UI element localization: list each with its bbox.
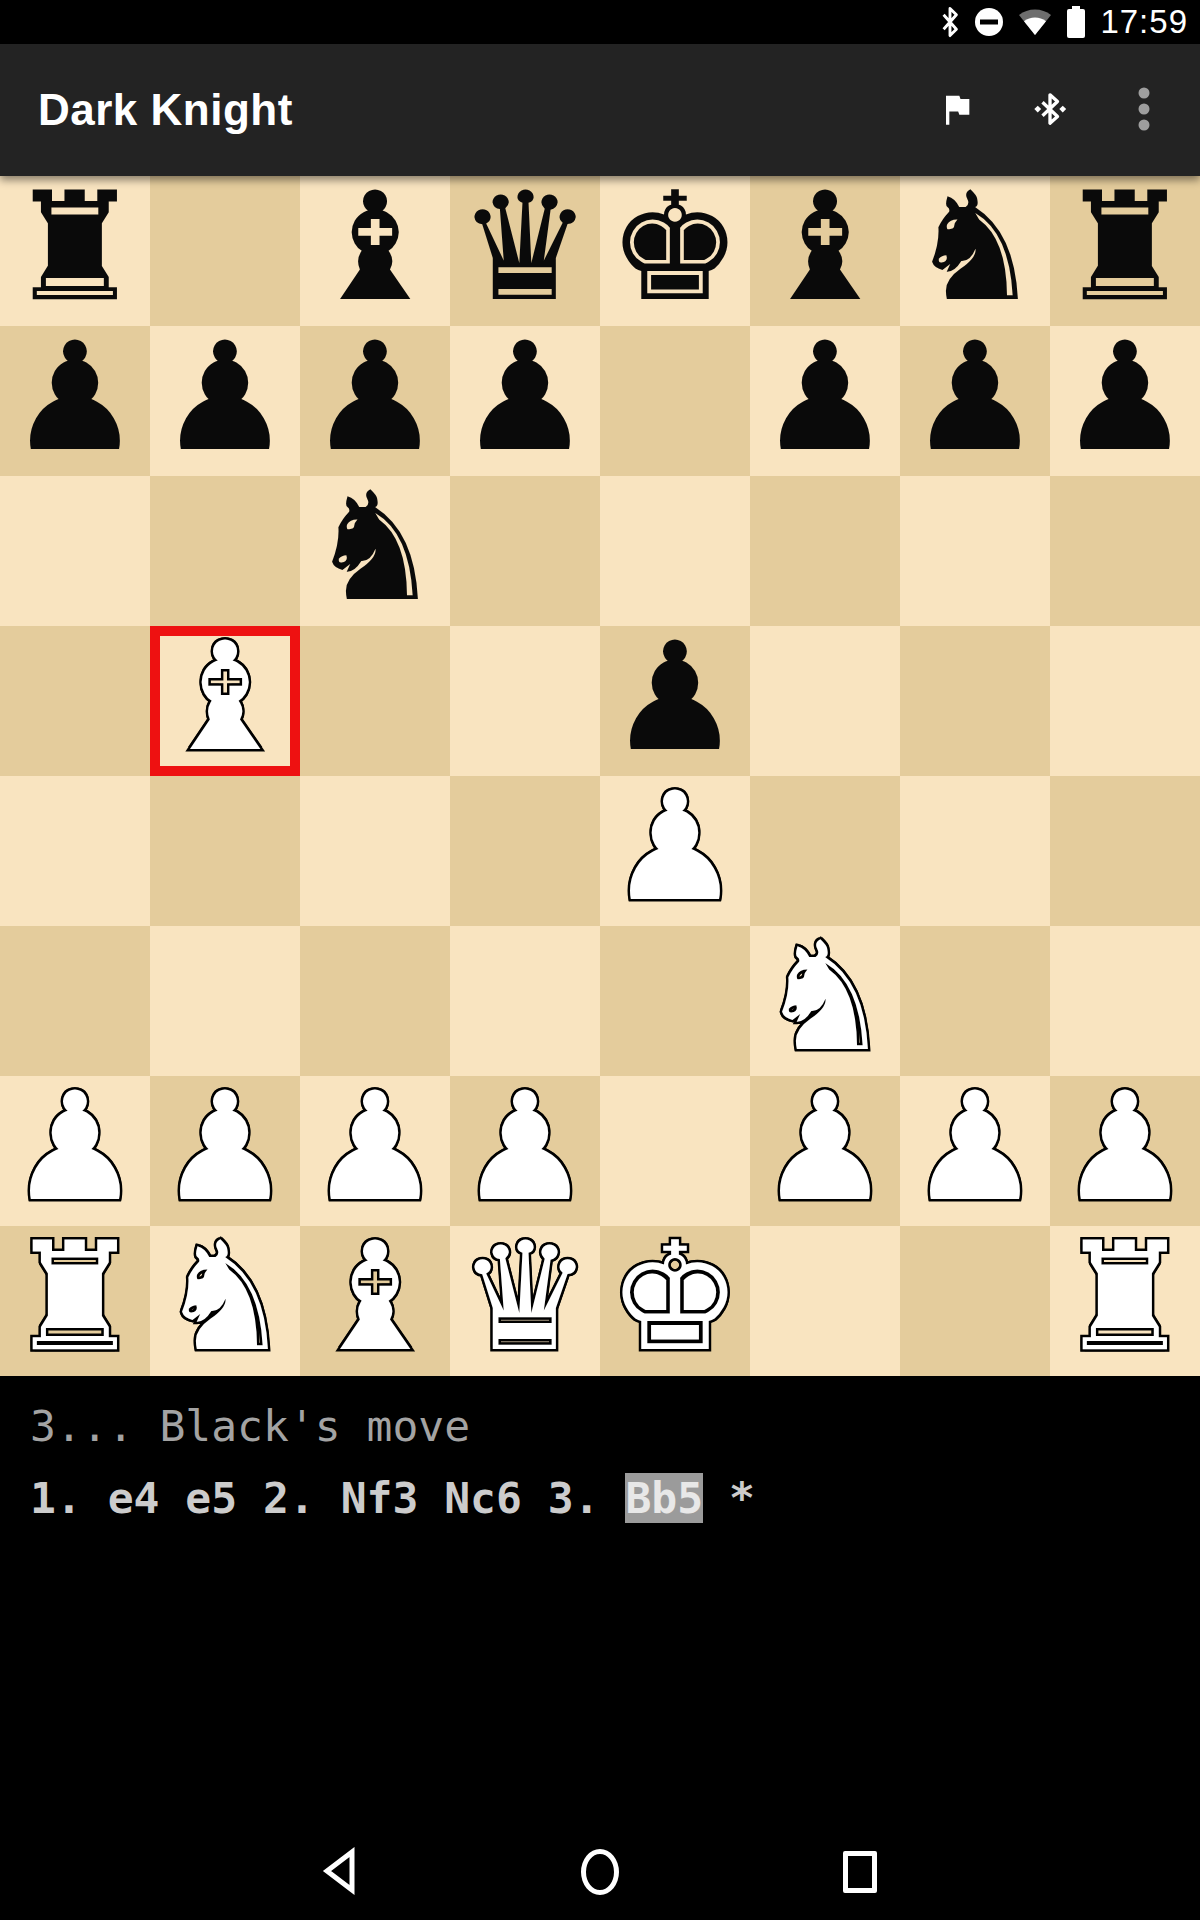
square-a7[interactable]: ♟ [0, 326, 150, 476]
square-g4[interactable] [900, 776, 1050, 926]
square-d8[interactable]: ♛ [450, 176, 600, 326]
black-bishop-c8: ♝ [308, 172, 442, 322]
white-pawn-e4: ♟ [608, 772, 742, 922]
black-pawn-g7: ♟ [908, 322, 1042, 472]
square-a6[interactable] [0, 476, 150, 626]
black-pawn-a7: ♟ [8, 322, 142, 472]
square-b1[interactable]: ♞ [150, 1226, 300, 1376]
square-e4[interactable]: ♟ [600, 776, 750, 926]
square-g3[interactable] [900, 926, 1050, 1076]
overflow-menu-button[interactable] [1118, 84, 1170, 136]
square-h5[interactable] [1050, 626, 1200, 776]
square-c6[interactable]: ♞ [300, 476, 450, 626]
square-g5[interactable] [900, 626, 1050, 776]
battery-icon [1066, 6, 1086, 38]
moves-prefix: 1. e4 e5 2. Nf3 Nc6 3. [30, 1473, 625, 1523]
square-c5[interactable] [300, 626, 450, 776]
square-d3[interactable] [450, 926, 600, 1076]
recents-icon [843, 1851, 877, 1893]
do-not-disturb-icon [974, 7, 1004, 37]
black-knight-g8: ♞ [908, 172, 1042, 322]
bluetooth-connected-icon [1030, 87, 1070, 134]
bluetooth-status-icon [940, 6, 960, 38]
square-e2[interactable] [600, 1076, 750, 1226]
square-a8[interactable]: ♜ [0, 176, 150, 326]
square-d2[interactable]: ♟ [450, 1076, 600, 1226]
navigation-bar [0, 1824, 1200, 1920]
square-e3[interactable] [600, 926, 750, 1076]
square-h8[interactable]: ♜ [1050, 176, 1200, 326]
white-king-e1: ♚ [608, 1222, 742, 1372]
white-knight-f3: ♞ [758, 922, 892, 1072]
white-pawn-b2: ♟ [158, 1072, 292, 1222]
flag-button[interactable] [930, 84, 982, 136]
square-f8[interactable]: ♝ [750, 176, 900, 326]
square-e6[interactable] [600, 476, 750, 626]
black-pawn-e5: ♟ [608, 622, 742, 772]
square-f3[interactable]: ♞ [750, 926, 900, 1076]
square-h2[interactable]: ♟ [1050, 1076, 1200, 1226]
square-f2[interactable]: ♟ [750, 1076, 900, 1226]
black-king-e8: ♚ [608, 172, 742, 322]
chess-board: ♜♝♛♚♝♞♜♟♟♟♟♟♟♟♞♝♟♟♞♟♟♟♟♟♟♟♜♞♝♛♚♜ [0, 176, 1200, 1376]
square-b8[interactable] [150, 176, 300, 326]
square-a1[interactable]: ♜ [0, 1226, 150, 1376]
square-g1[interactable] [900, 1226, 1050, 1376]
home-icon [581, 1849, 619, 1895]
app-bar: Dark Knight [0, 44, 1200, 176]
white-bishop-b5: ♝ [158, 622, 292, 772]
square-g8[interactable]: ♞ [900, 176, 1050, 326]
square-f6[interactable] [750, 476, 900, 626]
square-d4[interactable] [450, 776, 600, 926]
black-pawn-d7: ♟ [458, 322, 592, 472]
black-pawn-c7: ♟ [308, 322, 442, 472]
current-move[interactable]: Bb5 [625, 1473, 703, 1523]
white-pawn-c2: ♟ [308, 1072, 442, 1222]
square-b2[interactable]: ♟ [150, 1076, 300, 1226]
wifi-icon [1018, 7, 1052, 37]
square-c1[interactable]: ♝ [300, 1226, 450, 1376]
square-e5[interactable]: ♟ [600, 626, 750, 776]
square-b6[interactable] [150, 476, 300, 626]
black-rook-a8: ♜ [8, 172, 142, 322]
square-d1[interactable]: ♛ [450, 1226, 600, 1376]
square-g6[interactable] [900, 476, 1050, 626]
square-b3[interactable] [150, 926, 300, 1076]
white-knight-b1: ♞ [158, 1222, 292, 1372]
square-f5[interactable] [750, 626, 900, 776]
square-e7[interactable] [600, 326, 750, 476]
square-d7[interactable]: ♟ [450, 326, 600, 476]
square-h3[interactable] [1050, 926, 1200, 1076]
black-pawn-b7: ♟ [158, 322, 292, 472]
white-pawn-h2: ♟ [1058, 1072, 1192, 1222]
square-a2[interactable]: ♟ [0, 1076, 150, 1226]
recents-button[interactable] [836, 1848, 884, 1896]
black-bishop-f8: ♝ [758, 172, 892, 322]
white-pawn-d2: ♟ [458, 1072, 592, 1222]
square-c2[interactable]: ♟ [300, 1076, 450, 1226]
status-time: 17:59 [1100, 3, 1188, 41]
square-e8[interactable]: ♚ [600, 176, 750, 326]
square-g7[interactable]: ♟ [900, 326, 1050, 476]
white-rook-h1: ♜ [1058, 1222, 1192, 1372]
square-h1[interactable]: ♜ [1050, 1226, 1200, 1376]
square-h7[interactable]: ♟ [1050, 326, 1200, 476]
bluetooth-button[interactable] [1024, 84, 1076, 136]
square-h4[interactable] [1050, 776, 1200, 926]
moves-line[interactable]: 1. e4 e5 2. Nf3 Nc6 3. Bb5 * [30, 1468, 1170, 1528]
black-queen-d8: ♛ [458, 172, 592, 322]
square-a3[interactable] [0, 926, 150, 1076]
move-status-line: 3... Black's move [30, 1396, 1170, 1456]
square-d5[interactable] [450, 626, 600, 776]
square-a4[interactable] [0, 776, 150, 926]
square-b4[interactable] [150, 776, 300, 926]
white-queen-d1: ♛ [458, 1222, 592, 1372]
white-bishop-c1: ♝ [308, 1222, 442, 1372]
app-bar-actions [930, 84, 1170, 136]
square-e1[interactable]: ♚ [600, 1226, 750, 1376]
square-f4[interactable] [750, 776, 900, 926]
black-pawn-f7: ♟ [758, 322, 892, 472]
square-c8[interactable]: ♝ [300, 176, 450, 326]
more-options-icon [1137, 85, 1151, 136]
square-d6[interactable] [450, 476, 600, 626]
page-title: Dark Knight [38, 85, 930, 135]
black-pawn-h7: ♟ [1058, 322, 1192, 472]
home-button[interactable] [576, 1848, 624, 1896]
square-c4[interactable] [300, 776, 450, 926]
white-pawn-g2: ♟ [908, 1072, 1042, 1222]
move-panel: 3... Black's move 1. e4 e5 2. Nf3 Nc6 3.… [0, 1376, 1200, 1824]
square-b5[interactable]: ♝ [150, 626, 300, 776]
square-h6[interactable] [1050, 476, 1200, 626]
status-bar: 17:59 [0, 0, 1200, 44]
square-a5[interactable] [0, 626, 150, 776]
flag-icon [936, 87, 976, 134]
square-f1[interactable] [750, 1226, 900, 1376]
white-rook-a1: ♜ [8, 1222, 142, 1372]
back-icon [319, 1847, 361, 1898]
square-c7[interactable]: ♟ [300, 326, 450, 476]
moves-suffix: * [703, 1473, 755, 1523]
back-button[interactable] [316, 1848, 364, 1896]
square-g2[interactable]: ♟ [900, 1076, 1050, 1226]
square-f7[interactable]: ♟ [750, 326, 900, 476]
white-pawn-f2: ♟ [758, 1072, 892, 1222]
black-knight-c6: ♞ [308, 472, 442, 622]
black-rook-h8: ♜ [1058, 172, 1192, 322]
white-pawn-a2: ♟ [8, 1072, 142, 1222]
square-c3[interactable] [300, 926, 450, 1076]
square-b7[interactable]: ♟ [150, 326, 300, 476]
